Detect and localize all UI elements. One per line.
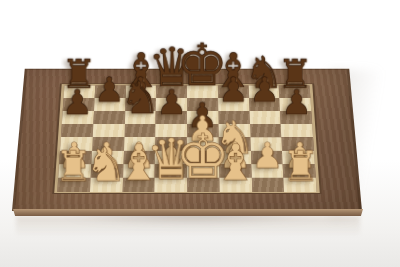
product-photo-scene: ♜♝♛♚♝♞♜♟♟♟♟♟♞♟♟♟♟♞♟♟♟♟♟♟♟♜♞♝♛♚♝♜ — [0, 0, 400, 267]
piece-black-knight-c6: ♞ — [120, 75, 160, 120]
square-h6: ♟ — [280, 111, 312, 124]
square-g7: ♟ — [249, 98, 281, 111]
chess-board: ♜♝♛♚♝♞♜♟♟♟♟♟♞♟♟♟♟♞♟♟♟♟♟♟♟♜♞♝♛♚♝♜ — [57, 85, 316, 191]
square-a6: ♟ — [62, 111, 94, 124]
board-front-edge — [13, 209, 363, 216]
square-c6: ♞ — [124, 111, 156, 124]
piece-white-rook-h1: ♜ — [282, 146, 319, 187]
piece-black-pawn-h6: ♟ — [281, 86, 312, 120]
square-f7: ♟ — [218, 98, 249, 111]
piece-black-pawn-f7: ♟ — [218, 73, 249, 107]
square-f1: ♝ — [219, 178, 252, 192]
piece-black-pawn-g7: ♟ — [249, 73, 280, 107]
chess-board-3d-wrapper: ♜♝♛♚♝♞♜♟♟♟♟♟♞♟♟♟♟♞♟♟♟♟♟♟♟♜♞♝♛♚♝♜ — [12, 69, 362, 211]
board-frame: ♜♝♛♚♝♞♜♟♟♟♟♟♞♟♟♟♟♞♟♟♟♟♟♟♟♜♞♝♛♚♝♜ — [12, 69, 362, 211]
piece-black-pawn-d6: ♟ — [156, 86, 187, 120]
piece-black-pawn-a6: ♟ — [62, 86, 93, 120]
square-h1: ♜ — [284, 178, 317, 192]
piece-white-bishop-f1: ♝ — [213, 138, 257, 187]
board-reflection — [16, 216, 360, 244]
